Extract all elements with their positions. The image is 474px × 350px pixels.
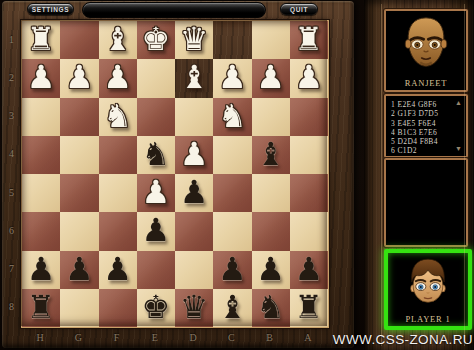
square-h5[interactable] <box>22 174 60 212</box>
square-c7[interactable]: ♟ <box>213 251 251 289</box>
white-knight: ♞ <box>103 100 132 132</box>
square-d1[interactable]: ♛ <box>175 21 213 59</box>
square-a5[interactable] <box>290 174 328 212</box>
square-d2[interactable]: ♝ <box>175 59 213 97</box>
file-label-c: C <box>212 328 250 346</box>
message-bar <box>82 2 266 18</box>
white-pawn: ♟ <box>65 61 94 93</box>
chess-board: ♜♝♚♛♜♟♟♟♝♟♟♟♞♞♞♟♝♟♟♟♟♟♟♟♟♟♜♚♛♝♞♜ <box>21 20 329 328</box>
opponent-panel: RANJEET <box>384 9 468 92</box>
square-g8[interactable] <box>60 289 98 327</box>
white-pawn: ♟ <box>142 176 171 208</box>
white-bishop: ♝ <box>103 23 132 55</box>
black-pawn: ♟ <box>295 253 324 285</box>
square-c3[interactable]: ♞ <box>213 98 251 136</box>
square-a8[interactable]: ♜ <box>290 289 328 327</box>
watermark: WWW.CSS-ZONA.RU <box>333 332 473 347</box>
square-c5[interactable] <box>213 174 251 212</box>
black-knight: ♞ <box>142 138 171 170</box>
square-a2[interactable]: ♟ <box>290 59 328 97</box>
square-e6[interactable]: ♟ <box>137 212 175 250</box>
opponent-avatar <box>397 14 455 72</box>
black-rook: ♜ <box>27 291 56 323</box>
black-pawn: ♟ <box>180 176 209 208</box>
square-e1[interactable]: ♚ <box>137 21 175 59</box>
white-rook: ♜ <box>27 23 56 55</box>
opponent-name: RANJEET <box>386 78 466 88</box>
square-d8[interactable]: ♛ <box>175 289 213 327</box>
move-row: 6 C1D2 <box>391 146 454 154</box>
square-e4[interactable]: ♞ <box>137 136 175 174</box>
square-g1[interactable] <box>60 21 98 59</box>
file-label-d: D <box>174 328 212 346</box>
square-h1[interactable]: ♜ <box>22 21 60 59</box>
white-knight: ♞ <box>218 100 247 132</box>
player-avatar <box>400 256 456 310</box>
square-f5[interactable] <box>99 174 137 212</box>
square-h4[interactable] <box>22 136 60 174</box>
empty-info-panel <box>384 158 468 247</box>
rank-label-5: 5 <box>2 173 21 211</box>
black-king: ♚ <box>142 291 171 323</box>
move-row: 2 G1F3 D7D5 <box>391 109 454 118</box>
move-row: 5 D2D4 F8B4 <box>391 137 454 146</box>
square-b6[interactable] <box>252 212 290 250</box>
square-d5[interactable]: ♟ <box>175 174 213 212</box>
square-a1[interactable]: ♜ <box>290 21 328 59</box>
square-e5[interactable]: ♟ <box>137 174 175 212</box>
square-d3[interactable] <box>175 98 213 136</box>
scroll-up-icon[interactable]: ▲ <box>454 99 463 107</box>
square-h3[interactable] <box>22 98 60 136</box>
square-c1[interactable] <box>213 21 251 59</box>
square-g3[interactable] <box>60 98 98 136</box>
square-g7[interactable]: ♟ <box>60 251 98 289</box>
black-knight: ♞ <box>256 291 285 323</box>
file-label-e: E <box>136 328 174 346</box>
square-f1[interactable]: ♝ <box>99 21 137 59</box>
black-pawn: ♟ <box>218 253 247 285</box>
file-label-a: A <box>289 328 327 346</box>
square-f8[interactable] <box>99 289 137 327</box>
rank-label-2: 2 <box>2 58 21 96</box>
square-b3[interactable] <box>252 98 290 136</box>
file-label-g: G <box>59 328 97 346</box>
move-list: 1 E2E4 G8F62 G1F3 D7D53 E4E5 F6E44 B1C3 … <box>391 100 454 154</box>
square-e8[interactable]: ♚ <box>137 289 175 327</box>
file-label-h: H <box>21 328 59 346</box>
square-c4[interactable] <box>213 136 251 174</box>
square-h2[interactable]: ♟ <box>22 59 60 97</box>
black-pawn: ♟ <box>103 253 132 285</box>
square-g2[interactable]: ♟ <box>60 59 98 97</box>
square-c6[interactable] <box>213 212 251 250</box>
square-b5[interactable] <box>252 174 290 212</box>
square-a6[interactable] <box>290 212 328 250</box>
player-name: PLAYER 1 <box>388 314 468 324</box>
white-pawn: ♟ <box>295 61 324 93</box>
board-frame: SETTINGS QUIT 12345678 ♜♝♚♛♜♟♟♟♝♟♟♟♞♞♞♟♝… <box>2 1 354 348</box>
square-b4[interactable]: ♝ <box>252 136 290 174</box>
move-row: 1 E2E4 G8F6 <box>391 100 454 109</box>
rank-labels: 12345678 <box>2 20 21 326</box>
square-g5[interactable] <box>60 174 98 212</box>
square-c8[interactable]: ♝ <box>213 289 251 327</box>
move-row: 3 E4E5 F6E4 <box>391 119 454 128</box>
square-f3[interactable]: ♞ <box>99 98 137 136</box>
sidebar: RANJEET 1 E2E4 G8F62 G1F3 D7D53 E4E5 F6E… <box>364 0 474 350</box>
square-h7[interactable]: ♟ <box>22 251 60 289</box>
square-a3[interactable] <box>290 98 328 136</box>
black-bishop: ♝ <box>218 291 247 323</box>
black-bishop: ♝ <box>256 138 285 170</box>
square-f6[interactable] <box>99 212 137 250</box>
quit-button[interactable]: QUIT <box>280 3 318 15</box>
rank-label-7: 7 <box>2 250 21 288</box>
rank-label-6: 6 <box>2 211 21 249</box>
square-f2[interactable]: ♟ <box>99 59 137 97</box>
square-b1[interactable] <box>252 21 290 59</box>
black-rook: ♜ <box>295 291 324 323</box>
black-pawn: ♟ <box>256 253 285 285</box>
move-list-panel[interactable]: 1 E2E4 G8F62 G1F3 D7D53 E4E5 F6E44 B1C3 … <box>384 94 468 158</box>
file-label-f: F <box>98 328 136 346</box>
rank-label-4: 4 <box>2 135 21 173</box>
white-bishop: ♝ <box>180 61 209 93</box>
settings-button[interactable]: SETTINGS <box>27 3 74 15</box>
scroll-down-icon[interactable]: ▼ <box>454 145 463 153</box>
white-pawn: ♟ <box>27 61 56 93</box>
square-e3[interactable] <box>137 98 175 136</box>
square-g6[interactable] <box>60 212 98 250</box>
white-queen: ♛ <box>180 23 209 55</box>
black-pawn: ♟ <box>65 253 94 285</box>
player-panel: PLAYER 1 <box>384 249 472 330</box>
rank-label-1: 1 <box>2 20 21 58</box>
square-b8[interactable]: ♞ <box>252 289 290 327</box>
square-h8[interactable]: ♜ <box>22 289 60 327</box>
square-d4[interactable]: ♟ <box>175 136 213 174</box>
square-d7[interactable] <box>175 251 213 289</box>
file-label-b: B <box>251 328 289 346</box>
white-pawn: ♟ <box>256 61 285 93</box>
square-f4[interactable] <box>99 136 137 174</box>
white-pawn: ♟ <box>103 61 132 93</box>
file-labels: HGFEDCBA <box>21 328 327 346</box>
white-pawn: ♟ <box>218 61 247 93</box>
square-e2[interactable] <box>137 59 175 97</box>
square-b2[interactable]: ♟ <box>252 59 290 97</box>
square-a7[interactable]: ♟ <box>290 251 328 289</box>
black-pawn: ♟ <box>27 253 56 285</box>
square-d6[interactable] <box>175 212 213 250</box>
square-g4[interactable] <box>60 136 98 174</box>
square-f7[interactable]: ♟ <box>99 251 137 289</box>
square-c2[interactable]: ♟ <box>213 59 251 97</box>
square-e7[interactable] <box>137 251 175 289</box>
rank-label-8: 8 <box>2 288 21 326</box>
move-row: 4 B1C3 E7E6 <box>391 128 454 137</box>
rank-label-3: 3 <box>2 97 21 135</box>
square-h6[interactable] <box>22 212 60 250</box>
white-rook: ♜ <box>295 23 324 55</box>
square-a4[interactable] <box>290 136 328 174</box>
white-pawn: ♟ <box>180 138 209 170</box>
black-queen: ♛ <box>180 291 209 323</box>
black-pawn: ♟ <box>142 214 171 246</box>
square-b7[interactable]: ♟ <box>252 251 290 289</box>
white-king: ♚ <box>142 23 171 55</box>
